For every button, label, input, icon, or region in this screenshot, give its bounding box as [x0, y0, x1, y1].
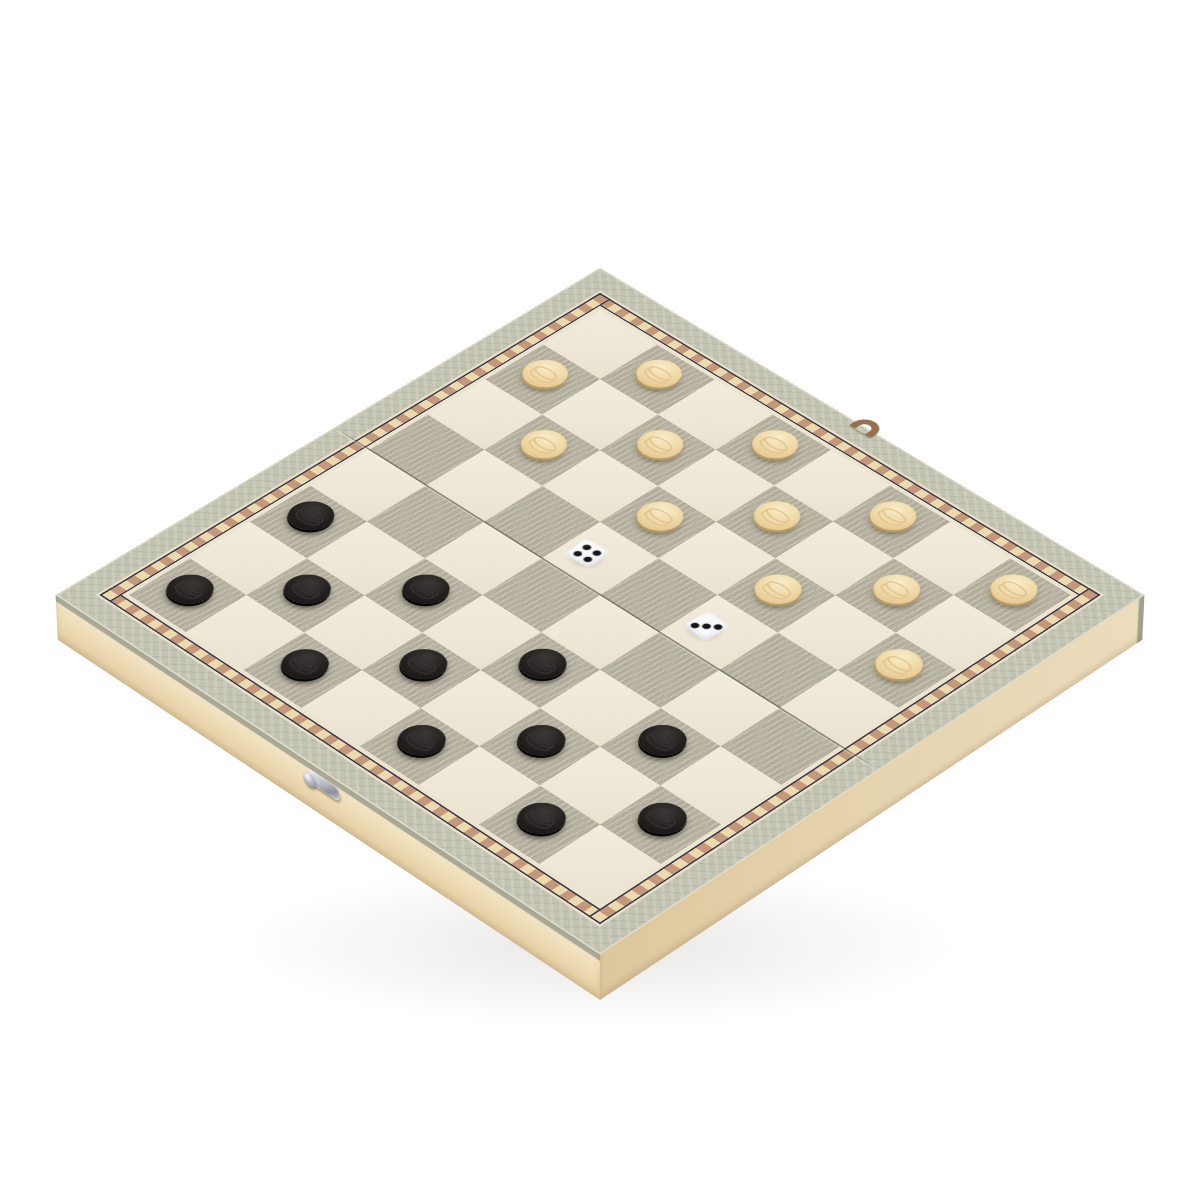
checker-light-man: ⛀ [510, 430, 575, 470]
checker-glyph: ⛂ [283, 498, 340, 533]
checker-glyph: ⛀ [517, 427, 573, 461]
checker-glyph: ⛂ [395, 646, 453, 683]
checker-dark-disc: ⛂ [509, 643, 576, 686]
checker-glyph: ⛀ [750, 571, 807, 607]
checker-dark-disc: ⛂ [278, 496, 344, 537]
checker-light-disc: ⛀ [512, 424, 577, 464]
checker-dark-disc: ⛂ [392, 568, 458, 610]
photo-scene: ⛀⛀⛀⛀⛀⛀⛀⛀⛀⛀⛀⛀⛂⛂⛂⛂⛂⛂⛂⛂⛂⛂⛂⛂ [0, 0, 1200, 1200]
checker-dark-man: ⛂ [626, 802, 695, 847]
checker-glyph: ⛀ [632, 427, 688, 461]
checker-light-disc: ⛀ [981, 568, 1047, 610]
checker-dark-disc: ⛂ [508, 719, 576, 763]
checker-light-man: ⛀ [625, 360, 690, 399]
checker-glyph: ⛂ [513, 722, 571, 759]
checker-light-disc: ⛀ [742, 424, 807, 464]
board-top-face: ⛀⛀⛀⛀⛀⛀⛀⛀⛀⛀⛀⛀⛂⛂⛂⛂⛂⛂⛂⛂⛂⛂⛂⛂ [56, 268, 1145, 955]
square-r4c7 [719, 632, 838, 708]
square-r6c4 [422, 595, 540, 670]
checker-light-man: ⛀ [858, 501, 924, 542]
checker-glyph: ⛂ [512, 799, 571, 837]
checker-light-disc: ⛀ [866, 643, 933, 686]
checker-dark-man: ⛂ [269, 649, 336, 692]
checker-light-disc: ⛀ [627, 424, 692, 464]
square-r7c5 [421, 670, 541, 746]
checker-light-disc: ⛀ [513, 354, 577, 393]
checker-light-disc: ⛀ [627, 496, 693, 537]
checker-light-man: ⛀ [625, 501, 691, 542]
checker-dark-man: ⛂ [626, 725, 694, 769]
checker-dark-man: ⛂ [386, 725, 454, 769]
checkers-grid: ⛀⛀⛀⛀⛀⛀⛀⛀⛀⛀⛀⛀⛂⛂⛂⛂⛂⛂⛂⛂⛂⛂⛂⛂ [129, 310, 1071, 904]
checker-glyph: ⛂ [514, 646, 572, 683]
checker-dark-man: ⛂ [276, 501, 342, 542]
checker-glyph: ⛀ [749, 498, 805, 533]
checker-dark-man: ⛂ [506, 725, 574, 769]
checker-light-man: ⛀ [625, 430, 690, 470]
checker-light-man: ⛀ [864, 649, 931, 692]
checker-glyph: ⛂ [276, 646, 334, 683]
metal-ring [849, 416, 885, 438]
checker-glyph: ⛂ [279, 571, 336, 607]
square-r4c6 [659, 595, 777, 670]
checker-dark-disc: ⛂ [390, 643, 457, 686]
checker-light-disc: ⛀ [627, 354, 691, 393]
checker-glyph: ⛀ [632, 498, 688, 533]
checker-dark-disc: ⛂ [628, 719, 696, 763]
square-r7c6: ⛂ [480, 708, 600, 785]
checker-glyph: ⛀ [871, 646, 928, 683]
game-board: ⛀⛀⛀⛀⛀⛀⛀⛀⛀⛀⛀⛀⛂⛂⛂⛂⛂⛂⛂⛂⛂⛂⛂⛂ [56, 268, 1145, 955]
square-r3c7 [778, 595, 896, 670]
checker-dark-man: ⛂ [272, 574, 338, 616]
square-r6c7: ⛂ [600, 708, 720, 785]
checker-dark-disc: ⛂ [157, 568, 223, 610]
checker-light-man: ⛀ [511, 360, 576, 399]
checker-glyph: ⛀ [865, 498, 921, 533]
checker-light-disc: ⛀ [860, 496, 926, 537]
checker-light-man: ⛀ [742, 501, 808, 542]
checker-dark-disc: ⛂ [388, 719, 456, 763]
square-r5c6 [600, 632, 719, 708]
checker-glyph: ⛂ [393, 722, 451, 759]
checker-dark-disc: ⛂ [271, 643, 338, 686]
checker-dark-man: ⛂ [505, 802, 574, 847]
square-r7c3 [304, 595, 422, 670]
checker-glyph: ⛂ [634, 799, 693, 837]
checker-light-man: ⛀ [861, 574, 927, 616]
checker-glyph: ⛂ [397, 571, 454, 607]
square-r6c5: ⛂ [481, 632, 600, 708]
checker-dark-disc: ⛂ [275, 568, 341, 610]
square-r5c7 [660, 670, 780, 746]
checker-light-disc: ⛀ [863, 568, 929, 610]
checker-light-man: ⛀ [741, 430, 806, 470]
checker-dark-man: ⛂ [507, 649, 574, 692]
square-r6c6 [540, 670, 660, 746]
checker-glyph: ⛀ [632, 357, 687, 391]
checker-glyph: ⛀ [517, 357, 572, 391]
checker-light-disc: ⛀ [745, 568, 811, 610]
checker-dark-disc: ⛂ [629, 796, 698, 840]
checker-glyph: ⛀ [747, 427, 803, 461]
square-r7c7 [540, 746, 661, 824]
square-r5c5 [541, 595, 659, 670]
square-r7c4: ⛂ [362, 632, 481, 708]
checker-light-man: ⛀ [979, 574, 1045, 616]
checker-light-disc: ⛀ [744, 496, 810, 537]
